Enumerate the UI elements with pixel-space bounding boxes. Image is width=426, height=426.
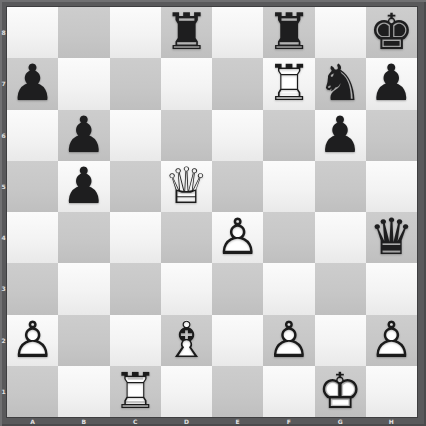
white-pawn-glyph: ♙: [369, 315, 414, 366]
square-c4[interactable]: [110, 212, 161, 263]
square-g7[interactable]: ♞: [315, 58, 366, 109]
square-h7[interactable]: ♟: [366, 58, 417, 109]
black-king-icon[interactable]: ♚: [366, 7, 417, 58]
square-b4[interactable]: [58, 212, 109, 263]
square-c2[interactable]: [110, 315, 161, 366]
square-g3[interactable]: [315, 263, 366, 314]
black-pawn-glyph: ♟: [61, 161, 106, 212]
square-h3[interactable]: [366, 263, 417, 314]
rank-label-1: 1: [0, 366, 7, 417]
square-d3[interactable]: [161, 263, 212, 314]
square-d7[interactable]: [161, 58, 212, 109]
square-h6[interactable]: [366, 110, 417, 161]
square-b6[interactable]: ♟: [58, 110, 109, 161]
white-pawn-icon[interactable]: ♟♙: [366, 315, 417, 366]
white-pawn-glyph: ♙: [266, 315, 311, 366]
square-g2[interactable]: [315, 315, 366, 366]
square-e5[interactable]: [212, 161, 263, 212]
square-f7[interactable]: ♜♖: [263, 58, 314, 109]
file-label-b: B: [58, 417, 109, 426]
square-g6[interactable]: ♟: [315, 110, 366, 161]
file-label-d: D: [161, 417, 212, 426]
white-rook-glyph: ♖: [113, 366, 158, 417]
rank-labels: 87654321: [0, 7, 7, 417]
square-b7[interactable]: [58, 58, 109, 109]
file-labels: ABCDEFGH: [7, 417, 417, 426]
white-pawn-icon[interactable]: ♟♙: [263, 315, 314, 366]
black-queen-icon[interactable]: ♛: [366, 212, 417, 263]
square-d5[interactable]: ♛♕: [161, 161, 212, 212]
file-label-c: C: [110, 417, 161, 426]
square-f5[interactable]: [263, 161, 314, 212]
square-e3[interactable]: [212, 263, 263, 314]
square-b5[interactable]: ♟: [58, 161, 109, 212]
square-f6[interactable]: [263, 110, 314, 161]
file-label-e: E: [212, 417, 263, 426]
black-pawn-glyph: ♟: [10, 58, 55, 109]
black-pawn-icon[interactable]: ♟: [315, 110, 366, 161]
black-pawn-glyph: ♟: [61, 110, 106, 161]
rank-label-2: 2: [0, 315, 7, 366]
black-knight-glyph: ♞: [318, 58, 363, 109]
black-knight-icon[interactable]: ♞: [315, 58, 366, 109]
square-e7[interactable]: [212, 58, 263, 109]
square-c1[interactable]: ♜♖: [110, 366, 161, 417]
square-b2[interactable]: [58, 315, 109, 366]
white-rook-glyph: ♖: [266, 58, 311, 109]
chess-board-window: 87654321 ♜♜♚♟♜♖♞♟♟♟♟♛♕♟♙♛♟♙♝♗♟♙♟♙♜♖♚♔ AB…: [0, 0, 426, 426]
black-pawn-icon[interactable]: ♟: [58, 110, 109, 161]
white-king-icon[interactable]: ♚♔: [315, 366, 366, 417]
square-b3[interactable]: [58, 263, 109, 314]
white-pawn-glyph: ♙: [215, 212, 260, 263]
square-d2[interactable]: ♝♗: [161, 315, 212, 366]
file-label-f: F: [263, 417, 314, 426]
square-e2[interactable]: [212, 315, 263, 366]
square-h8[interactable]: ♚: [366, 7, 417, 58]
square-a7[interactable]: ♟: [7, 58, 58, 109]
square-g1[interactable]: ♚♔: [315, 366, 366, 417]
square-a8[interactable]: [7, 7, 58, 58]
black-rook-glyph: ♜: [164, 7, 209, 58]
white-queen-glyph: ♕: [164, 161, 209, 212]
file-label-g: G: [315, 417, 366, 426]
white-king-glyph: ♔: [318, 366, 363, 417]
white-pawn-icon[interactable]: ♟♙: [7, 315, 58, 366]
square-a3[interactable]: [7, 263, 58, 314]
square-c3[interactable]: [110, 263, 161, 314]
white-bishop-glyph: ♗: [164, 315, 209, 366]
rank-label-4: 4: [0, 212, 7, 263]
file-label-a: A: [7, 417, 58, 426]
square-a5[interactable]: [7, 161, 58, 212]
square-e1[interactable]: [212, 366, 263, 417]
square-a1[interactable]: [7, 366, 58, 417]
black-pawn-glyph: ♟: [369, 58, 414, 109]
rank-label-6: 6: [0, 110, 7, 161]
white-rook-icon[interactable]: ♜♖: [110, 366, 161, 417]
black-king-glyph: ♚: [369, 7, 414, 58]
white-pawn-icon[interactable]: ♟♙: [212, 212, 263, 263]
square-f4[interactable]: [263, 212, 314, 263]
square-e6[interactable]: [212, 110, 263, 161]
white-pawn-glyph: ♙: [10, 315, 55, 366]
rank-label-7: 7: [0, 58, 7, 109]
square-c8[interactable]: [110, 7, 161, 58]
square-f8[interactable]: ♜: [263, 7, 314, 58]
rank-label-8: 8: [0, 7, 7, 58]
square-a2[interactable]: ♟♙: [7, 315, 58, 366]
black-rook-icon[interactable]: ♜: [161, 7, 212, 58]
square-a4[interactable]: [7, 212, 58, 263]
square-b1[interactable]: [58, 366, 109, 417]
square-c7[interactable]: [110, 58, 161, 109]
square-h2[interactable]: ♟♙: [366, 315, 417, 366]
square-e4[interactable]: ♟♙: [212, 212, 263, 263]
square-d4[interactable]: [161, 212, 212, 263]
square-h1[interactable]: [366, 366, 417, 417]
file-label-h: H: [366, 417, 417, 426]
black-rook-icon[interactable]: ♜: [263, 7, 314, 58]
black-pawn-icon[interactable]: ♟: [366, 58, 417, 109]
black-pawn-icon[interactable]: ♟: [7, 58, 58, 109]
square-d1[interactable]: [161, 366, 212, 417]
square-f2[interactable]: ♟♙: [263, 315, 314, 366]
white-bishop-icon[interactable]: ♝♗: [161, 315, 212, 366]
square-b8[interactable]: [58, 7, 109, 58]
white-rook-icon[interactable]: ♜♖: [263, 58, 314, 109]
rank-label-3: 3: [0, 263, 7, 314]
square-d8[interactable]: ♜: [161, 7, 212, 58]
black-rook-glyph: ♜: [266, 7, 311, 58]
black-pawn-glyph: ♟: [318, 110, 363, 161]
square-c6[interactable]: [110, 110, 161, 161]
square-g4[interactable]: [315, 212, 366, 263]
square-e8[interactable]: [212, 7, 263, 58]
black-queen-glyph: ♛: [369, 212, 414, 263]
black-pawn-icon[interactable]: ♟: [58, 161, 109, 212]
square-a6[interactable]: [7, 110, 58, 161]
chess-board: ♜♜♚♟♜♖♞♟♟♟♟♛♕♟♙♛♟♙♝♗♟♙♟♙♜♖♚♔: [7, 7, 417, 417]
square-g8[interactable]: [315, 7, 366, 58]
square-c5[interactable]: [110, 161, 161, 212]
white-queen-icon[interactable]: ♛♕: [161, 161, 212, 212]
square-f3[interactable]: [263, 263, 314, 314]
square-h5[interactable]: [366, 161, 417, 212]
square-h4[interactable]: ♛: [366, 212, 417, 263]
square-f1[interactable]: [263, 366, 314, 417]
square-d6[interactable]: [161, 110, 212, 161]
square-g5[interactable]: [315, 161, 366, 212]
rank-label-5: 5: [0, 161, 7, 212]
